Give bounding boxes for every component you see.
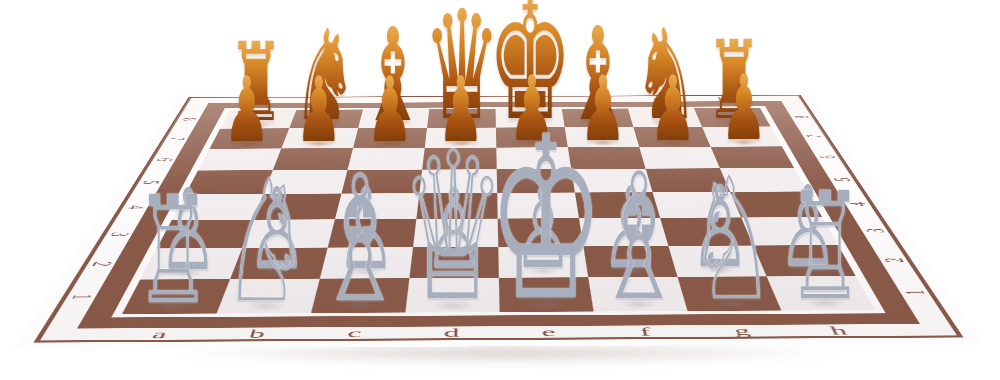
square-f8 — [562, 108, 634, 127]
rank-label-left-6: 6 — [152, 158, 175, 161]
square-e6 — [496, 147, 571, 169]
rank-label-left-7: 7 — [166, 137, 188, 140]
file-label-top-g: g — [651, 96, 663, 102]
square-e7 — [496, 127, 568, 147]
square-f3 — [579, 218, 668, 247]
file-label-bottom-d: d — [443, 326, 459, 338]
square-e1 — [499, 277, 594, 312]
square-a2 — [140, 248, 242, 280]
square-h1 — [767, 276, 875, 311]
board-squares — [122, 108, 875, 314]
file-label-top-c: c — [393, 97, 403, 103]
rank-label-left-4: 4 — [123, 205, 149, 209]
square-f4 — [575, 192, 660, 218]
square-a8 — [220, 110, 296, 129]
square-h4 — [730, 191, 822, 217]
rank-label-right-1: 1 — [899, 290, 929, 295]
rank-label-right-4: 4 — [845, 202, 871, 206]
square-h7 — [702, 126, 782, 146]
rank-label-right-3: 3 — [861, 228, 888, 232]
square-g2 — [668, 246, 766, 277]
square-h8 — [694, 108, 771, 127]
square-g7 — [633, 127, 710, 147]
file-label-top-h: h — [716, 96, 729, 102]
square-b6 — [273, 148, 353, 170]
square-d6 — [422, 148, 497, 170]
rank-label-right-8: 8 — [791, 116, 812, 119]
square-d4 — [416, 193, 497, 219]
file-label-top-e: e — [523, 97, 533, 103]
square-c7 — [353, 128, 427, 148]
square-c5 — [341, 170, 422, 194]
square-f1 — [588, 277, 687, 312]
rank-label-left-8: 8 — [178, 118, 200, 121]
square-g6 — [639, 147, 720, 169]
rank-label-left-3: 3 — [106, 232, 133, 236]
square-a4 — [172, 194, 264, 220]
square-e2 — [498, 246, 588, 277]
square-e8 — [496, 109, 565, 128]
square-a5 — [185, 170, 272, 194]
square-b1 — [217, 279, 320, 314]
file-label-top-b: b — [327, 97, 339, 103]
square-f5 — [571, 169, 652, 193]
square-e3 — [498, 218, 584, 247]
rank-label-right-6: 6 — [815, 155, 838, 158]
square-d1 — [405, 278, 499, 313]
file-label-bottom-c: c — [346, 327, 362, 339]
square-c6 — [348, 148, 425, 170]
square-b3 — [242, 219, 335, 248]
square-a7 — [209, 128, 289, 148]
square-e4 — [497, 193, 579, 219]
square-c1 — [311, 278, 409, 313]
square-h2 — [753, 245, 855, 276]
chess-board: aabbccddeeffgghh1122334455667788 — [14, 92, 984, 349]
square-c4 — [335, 193, 419, 219]
square-a1 — [122, 279, 230, 314]
square-h3 — [741, 217, 838, 245]
square-f7 — [565, 127, 640, 147]
rank-label-left-2: 2 — [87, 261, 116, 266]
square-g5 — [646, 168, 730, 192]
square-c2 — [320, 247, 413, 278]
square-b7 — [281, 128, 358, 148]
board-coordinates: aabbccddeeffgghh1122334455667788 — [180, 92, 809, 94]
chess-set-photo: aabbccddeeffgghh1122334455667788 ♜♞♝♛♚♝♞… — [0, 0, 1000, 380]
square-f6 — [568, 147, 646, 169]
square-b4 — [253, 194, 341, 220]
square-c8 — [358, 109, 429, 128]
square-d7 — [425, 128, 497, 148]
square-d8 — [427, 109, 496, 128]
square-d2 — [409, 247, 498, 278]
file-label-bottom-e: e — [541, 326, 556, 338]
square-b2 — [230, 248, 328, 280]
file-label-top-f: f — [589, 96, 597, 102]
rank-label-right-2: 2 — [879, 258, 907, 263]
square-g4 — [653, 192, 742, 218]
square-e5 — [497, 169, 575, 193]
square-c3 — [328, 219, 417, 248]
square-f2 — [583, 246, 677, 277]
rank-label-right-7: 7 — [803, 135, 825, 138]
rank-label-left-1: 1 — [66, 294, 96, 299]
rank-label-right-5: 5 — [829, 178, 853, 182]
square-h5 — [720, 168, 808, 192]
square-a3 — [157, 220, 254, 249]
square-b5 — [263, 170, 347, 194]
square-g1 — [677, 276, 781, 311]
square-d5 — [419, 169, 497, 193]
file-label-top-d: d — [457, 97, 468, 103]
square-d3 — [413, 219, 498, 248]
square-g3 — [660, 217, 753, 245]
square-g8 — [628, 108, 702, 127]
square-h6 — [711, 146, 795, 168]
square-a6 — [198, 148, 281, 170]
rank-label-left-5: 5 — [138, 181, 163, 185]
square-b8 — [289, 109, 363, 128]
